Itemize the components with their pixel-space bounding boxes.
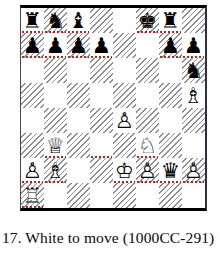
- black-pawn: ♟: [182, 33, 205, 58]
- square-f1[interactable]: [136, 183, 159, 208]
- spellcheck-underline: [22, 206, 43, 208]
- square-h4[interactable]: [182, 108, 205, 133]
- white-king: ♔: [113, 158, 136, 183]
- square-d7[interactable]: ♟: [90, 33, 113, 58]
- square-b7[interactable]: ♟: [44, 33, 67, 58]
- square-f4[interactable]: [136, 108, 159, 133]
- square-h1[interactable]: [182, 183, 205, 208]
- square-f7[interactable]: [136, 33, 159, 58]
- square-b1[interactable]: [44, 183, 67, 208]
- square-d6[interactable]: [90, 58, 113, 83]
- square-a5[interactable]: [21, 83, 44, 108]
- square-a7[interactable]: ♟: [21, 33, 44, 58]
- white-bishop: ♗: [182, 83, 205, 108]
- document-page: ♜♞♝♚♜♟♟♟♟♟♟♞♝♗♟♙♛♕♞♘♟♙♝♗♚♔♟♙♛♟♙♜♖ 17. Wh…: [0, 0, 220, 256]
- square-e6[interactable]: [113, 58, 136, 83]
- white-pawn: ♙: [113, 108, 136, 133]
- square-g7[interactable]: ♟: [159, 33, 182, 58]
- white-pawn-fill: ♟: [182, 158, 205, 183]
- white-knight-fill: ♞: [136, 133, 159, 158]
- white-pawn: ♙: [21, 158, 44, 183]
- white-bishop-fill: ♝: [44, 158, 67, 183]
- square-f5[interactable]: [136, 83, 159, 108]
- square-f3[interactable]: ♞♘: [136, 133, 159, 158]
- square-g3[interactable]: [159, 133, 182, 158]
- square-g1[interactable]: [159, 183, 182, 208]
- square-b4[interactable]: [44, 108, 67, 133]
- white-bishop-fill: ♝: [182, 83, 205, 108]
- square-d1[interactable]: [90, 183, 113, 208]
- square-d5[interactable]: [90, 83, 113, 108]
- square-c4[interactable]: [67, 108, 90, 133]
- black-rook: ♜: [21, 8, 44, 33]
- square-e7[interactable]: [113, 33, 136, 58]
- white-rook: ♖: [21, 183, 44, 208]
- white-pawn-fill: ♟: [113, 108, 136, 133]
- square-d4[interactable]: [90, 108, 113, 133]
- square-g8[interactable]: ♜: [159, 8, 182, 33]
- black-rook: ♜: [159, 8, 182, 33]
- square-e1[interactable]: [113, 183, 136, 208]
- square-h7[interactable]: ♟: [182, 33, 205, 58]
- black-bishop: ♝: [67, 8, 90, 33]
- square-g5[interactable]: [159, 83, 182, 108]
- square-b5[interactable]: [44, 83, 67, 108]
- white-pawn-fill: ♟: [21, 158, 44, 183]
- square-c5[interactable]: [67, 83, 90, 108]
- square-c1[interactable]: [67, 183, 90, 208]
- square-b2[interactable]: ♝♗: [44, 158, 67, 183]
- black-pawn: ♟: [67, 33, 90, 58]
- black-pawn: ♟: [44, 33, 67, 58]
- white-pawn-fill: ♟: [136, 158, 159, 183]
- square-e4[interactable]: ♟♙: [113, 108, 136, 133]
- square-c3[interactable]: [67, 133, 90, 158]
- square-h6[interactable]: ♞: [182, 58, 205, 83]
- square-c2[interactable]: [67, 158, 90, 183]
- square-h5[interactable]: ♝♗: [182, 83, 205, 108]
- square-a6[interactable]: [21, 58, 44, 83]
- square-g2[interactable]: ♛: [159, 158, 182, 183]
- square-a8[interactable]: ♜: [21, 8, 44, 33]
- square-h2[interactable]: ♟♙: [182, 158, 205, 183]
- white-pawn: ♙: [182, 158, 205, 183]
- black-knight: ♞: [44, 8, 67, 33]
- square-h3[interactable]: [182, 133, 205, 158]
- square-d3[interactable]: [90, 133, 113, 158]
- square-g4[interactable]: [159, 108, 182, 133]
- chess-board: ♜♞♝♚♜♟♟♟♟♟♟♞♝♗♟♙♛♕♞♘♟♙♝♗♚♔♟♙♛♟♙♜♖: [20, 5, 207, 211]
- square-d2[interactable]: [90, 158, 113, 183]
- square-f2[interactable]: ♟♙: [136, 158, 159, 183]
- black-pawn: ♟: [21, 33, 44, 58]
- square-c7[interactable]: ♟: [67, 33, 90, 58]
- white-king-fill: ♚: [113, 158, 136, 183]
- square-a2[interactable]: ♟♙: [21, 158, 44, 183]
- square-b6[interactable]: [44, 58, 67, 83]
- white-bishop: ♗: [44, 158, 67, 183]
- square-c6[interactable]: [67, 58, 90, 83]
- square-e2[interactable]: ♚♔: [113, 158, 136, 183]
- square-f8[interactable]: ♚: [136, 8, 159, 33]
- square-a1[interactable]: ♜♖: [21, 183, 44, 208]
- white-queen: ♕: [44, 133, 67, 158]
- square-b8[interactable]: ♞: [44, 8, 67, 33]
- square-b3[interactable]: ♛♕: [44, 133, 67, 158]
- square-e3[interactable]: [113, 133, 136, 158]
- square-a3[interactable]: [21, 133, 44, 158]
- black-king: ♚: [136, 8, 159, 33]
- square-e8[interactable]: [113, 8, 136, 33]
- square-a4[interactable]: [21, 108, 44, 133]
- black-queen: ♛: [159, 158, 182, 183]
- square-d8[interactable]: [90, 8, 113, 33]
- square-f6[interactable]: [136, 58, 159, 83]
- white-knight: ♘: [136, 133, 159, 158]
- black-pawn: ♟: [90, 33, 113, 58]
- square-h8[interactable]: [182, 8, 205, 33]
- black-knight: ♞: [182, 58, 205, 83]
- square-g6[interactable]: [159, 58, 182, 83]
- square-e5[interactable]: [113, 83, 136, 108]
- diagram-caption: 17. White to move (1000CC-291): [2, 229, 218, 247]
- white-queen-fill: ♛: [44, 133, 67, 158]
- black-pawn: ♟: [159, 33, 182, 58]
- square-c8[interactable]: ♝: [67, 8, 90, 33]
- white-rook-fill: ♜: [21, 183, 44, 208]
- white-pawn: ♙: [136, 158, 159, 183]
